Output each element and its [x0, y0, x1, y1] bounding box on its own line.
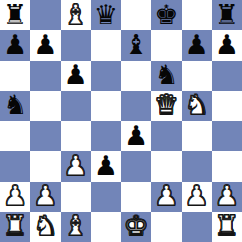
square-f7[interactable] [151, 30, 181, 60]
square-g3[interactable] [182, 151, 212, 181]
square-b5[interactable] [30, 91, 60, 121]
piece-white-knight[interactable]: ♞ [33, 212, 57, 239]
square-c3[interactable]: ♟ [61, 151, 91, 181]
piece-black-pawn[interactable]: ♟ [185, 31, 209, 58]
square-f6[interactable]: ♞ [151, 61, 181, 91]
square-e1[interactable]: ♚ [121, 212, 151, 242]
square-c4[interactable] [61, 121, 91, 151]
square-f4[interactable] [151, 121, 181, 151]
piece-white-knight[interactable]: ♞ [185, 91, 209, 118]
square-d1[interactable] [91, 212, 121, 242]
piece-black-pawn[interactable]: ♟ [94, 152, 118, 179]
square-g2[interactable]: ♟ [182, 182, 212, 212]
square-h5[interactable] [212, 91, 242, 121]
square-a3[interactable] [0, 151, 30, 181]
chess-board: ♜♝♛♚♜♟♟♝♟♟♟♞♞♛♞♟♟♟♟♟♟♟♟♜♞♝♚♜ [0, 0, 242, 242]
square-b7[interactable]: ♟ [30, 30, 60, 60]
piece-white-rook[interactable]: ♜ [3, 212, 27, 239]
piece-white-queen[interactable]: ♛ [154, 91, 178, 118]
square-e8[interactable] [121, 0, 151, 30]
square-d3[interactable]: ♟ [91, 151, 121, 181]
square-c8[interactable]: ♝ [61, 0, 91, 30]
square-a7[interactable]: ♟ [0, 30, 30, 60]
square-e5[interactable] [121, 91, 151, 121]
piece-black-pawn[interactable]: ♟ [3, 31, 27, 58]
square-g5[interactable]: ♞ [182, 91, 212, 121]
square-a8[interactable]: ♜ [0, 0, 30, 30]
square-a1[interactable]: ♜ [0, 212, 30, 242]
square-d6[interactable] [91, 61, 121, 91]
square-c1[interactable]: ♝ [61, 212, 91, 242]
piece-black-rook[interactable]: ♜ [215, 1, 239, 28]
square-e4[interactable]: ♟ [121, 121, 151, 151]
square-d2[interactable] [91, 182, 121, 212]
piece-black-bishop[interactable]: ♝ [124, 31, 148, 58]
square-b3[interactable] [30, 151, 60, 181]
square-g7[interactable]: ♟ [182, 30, 212, 60]
square-e7[interactable]: ♝ [121, 30, 151, 60]
square-g4[interactable] [182, 121, 212, 151]
square-c5[interactable] [61, 91, 91, 121]
square-f1[interactable] [151, 212, 181, 242]
piece-white-pawn[interactable]: ♟ [33, 182, 57, 209]
square-f8[interactable]: ♚ [151, 0, 181, 30]
square-g1[interactable] [182, 212, 212, 242]
piece-black-pawn[interactable]: ♟ [64, 61, 88, 88]
square-e6[interactable] [121, 61, 151, 91]
square-h3[interactable] [212, 151, 242, 181]
square-h4[interactable] [212, 121, 242, 151]
piece-white-rook[interactable]: ♜ [215, 212, 239, 239]
square-b1[interactable]: ♞ [30, 212, 60, 242]
square-c2[interactable] [61, 182, 91, 212]
square-b4[interactable] [30, 121, 60, 151]
piece-white-bishop[interactable]: ♝ [64, 1, 88, 28]
square-d4[interactable] [91, 121, 121, 151]
piece-white-king[interactable]: ♚ [124, 212, 148, 239]
piece-black-king[interactable]: ♚ [154, 1, 178, 28]
piece-white-pawn[interactable]: ♟ [185, 182, 209, 209]
piece-white-pawn[interactable]: ♟ [215, 182, 239, 209]
square-c7[interactable] [61, 30, 91, 60]
piece-black-pawn[interactable]: ♟ [33, 31, 57, 58]
square-d8[interactable]: ♛ [91, 0, 121, 30]
square-a2[interactable]: ♟ [0, 182, 30, 212]
square-e3[interactable] [121, 151, 151, 181]
square-h2[interactable]: ♟ [212, 182, 242, 212]
square-a4[interactable] [0, 121, 30, 151]
piece-white-pawn[interactable]: ♟ [154, 182, 178, 209]
piece-black-knight[interactable]: ♞ [3, 91, 27, 118]
square-h6[interactable] [212, 61, 242, 91]
square-c6[interactable]: ♟ [61, 61, 91, 91]
square-a5[interactable]: ♞ [0, 91, 30, 121]
piece-black-queen[interactable]: ♛ [94, 1, 118, 28]
piece-white-pawn[interactable]: ♟ [3, 182, 27, 209]
square-h8[interactable]: ♜ [212, 0, 242, 30]
square-h1[interactable]: ♜ [212, 212, 242, 242]
piece-black-pawn[interactable]: ♟ [215, 31, 239, 58]
piece-black-rook[interactable]: ♜ [3, 1, 27, 28]
square-b2[interactable]: ♟ [30, 182, 60, 212]
piece-white-bishop[interactable]: ♝ [64, 212, 88, 239]
square-d7[interactable] [91, 30, 121, 60]
piece-white-pawn[interactable]: ♟ [64, 152, 88, 179]
square-f5[interactable]: ♛ [151, 91, 181, 121]
square-b6[interactable] [30, 61, 60, 91]
square-d5[interactable] [91, 91, 121, 121]
square-f2[interactable]: ♟ [151, 182, 181, 212]
square-h7[interactable]: ♟ [212, 30, 242, 60]
square-f3[interactable] [151, 151, 181, 181]
square-b8[interactable] [30, 0, 60, 30]
square-g6[interactable] [182, 61, 212, 91]
square-e2[interactable] [121, 182, 151, 212]
piece-black-knight[interactable]: ♞ [154, 61, 178, 88]
square-g8[interactable] [182, 0, 212, 30]
square-a6[interactable] [0, 61, 30, 91]
piece-black-pawn[interactable]: ♟ [124, 122, 148, 149]
